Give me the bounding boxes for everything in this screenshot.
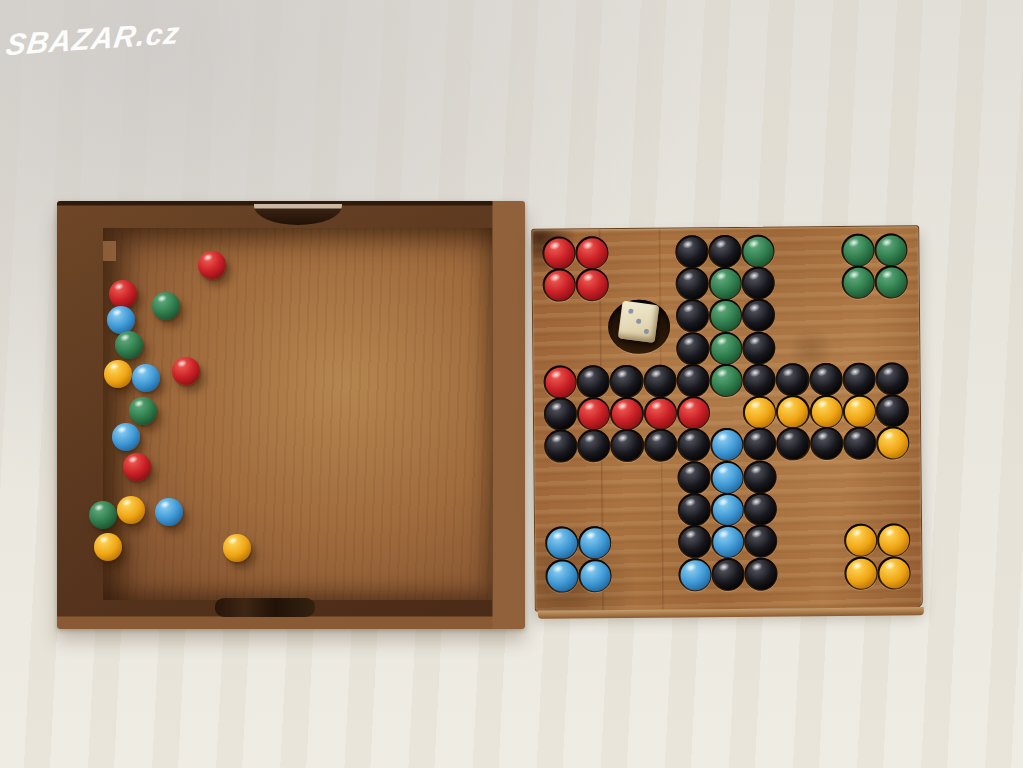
board-cell-r7c10 [843,427,876,460]
board-grid [542,233,910,592]
board-hole [543,365,577,398]
board-hole [844,524,878,557]
board-cell-r4c1 [543,333,576,366]
board-cell-r6c11 [876,395,909,428]
board-cell-r4c10 [842,330,875,363]
board-cell-r5c2 [577,365,610,398]
board-hole [877,524,911,557]
board-cell-r11c8 [778,557,811,590]
board-hole [709,364,743,397]
board-hole [709,331,743,364]
green-marble-loose[interactable] [115,331,143,359]
red-marble[interactable] [579,399,609,429]
board-cell-r5c10 [842,363,875,396]
board-cell-r8c10 [843,460,876,493]
black-marble[interactable] [710,237,740,267]
board-cell-r7c4 [644,429,677,462]
yellow-marble-loose[interactable] [223,534,251,562]
board-cell-r7c8 [776,428,809,461]
die-pip [644,329,650,335]
board-cell-r9c3 [611,494,644,527]
board-cell-r1c7 [741,235,774,268]
board-hole [841,266,875,299]
board-cell-r2c3 [609,268,642,301]
black-marble[interactable] [677,237,707,267]
board-cell-r7c1 [544,430,577,463]
board-cell-r3c2 [576,301,609,334]
board-cell-r3c6 [709,299,742,332]
green-marble[interactable] [843,235,873,265]
black-marble[interactable] [744,268,774,298]
board-cell-r3c7 [742,299,775,332]
board-cell-r9c8 [777,493,810,526]
board-cell-r2c1 [543,269,576,302]
board-cell-r9c9 [810,492,843,525]
black-marble[interactable] [845,429,875,459]
board-hole [544,430,578,463]
green-marble[interactable] [711,366,741,396]
black-marble[interactable] [844,364,874,394]
board-cell-r6c2 [577,398,610,431]
board-hole [578,526,612,559]
board-cell-r5c5 [676,364,709,397]
yellow-marble-loose[interactable] [117,496,145,524]
board-hole [776,363,810,396]
board-cell-r5c6 [709,364,742,397]
yellow-marble-loose[interactable] [94,533,122,561]
red-marble[interactable] [544,238,574,268]
black-marble[interactable] [778,430,808,460]
black-marble[interactable] [677,269,707,299]
board-cell-r8c1 [544,463,577,496]
board-cell-r6c1 [544,398,577,431]
blue-marble[interactable] [713,527,743,557]
black-marble[interactable] [713,559,743,589]
board-hole [545,559,579,592]
board-cell-r8c11 [876,459,909,492]
black-marble[interactable] [612,367,642,397]
board-hole [675,235,709,268]
board-hole [644,429,678,462]
black-marble[interactable] [746,527,776,557]
board-cell-r4c5 [676,332,709,365]
green-marble[interactable] [843,268,873,298]
yellow-marble-loose[interactable] [104,360,132,388]
die-recess [608,300,671,355]
board-cell-r11c6 [711,558,744,591]
storage-box [57,201,525,629]
board-cell-r7c9 [810,428,843,461]
yellow-marble[interactable] [846,526,876,556]
blue-marble[interactable] [581,561,611,591]
black-marble[interactable] [745,430,775,460]
board-cell-r5c3 [610,365,643,398]
black-marble[interactable] [678,334,708,364]
box-interior [103,228,492,600]
board-cell-r5c9 [809,363,842,396]
black-marble[interactable] [745,365,775,395]
board-cell-r8c7 [744,461,777,494]
board-cell-r6c7 [743,396,776,429]
board-cell-r4c9 [809,331,842,364]
board-cell-r1c8 [775,234,808,267]
blue-marble[interactable] [712,430,742,460]
board-hole [743,363,777,396]
board-hole [710,461,744,494]
board-cell-r2c6 [708,267,741,300]
board-cell-r5c8 [776,363,809,396]
black-marble[interactable] [646,431,676,461]
black-marble[interactable] [679,431,709,461]
board-cell-r10c9 [811,525,844,558]
board-hole [841,233,875,266]
board-hole [545,527,579,560]
blue-marble[interactable] [580,528,610,558]
black-marble[interactable] [744,301,774,331]
board-hole [543,268,577,301]
board-hole [576,268,610,301]
blue-marble[interactable] [547,561,577,591]
board-cell-r6c5 [677,397,710,430]
board-hole [709,299,743,332]
board-hole [743,396,777,429]
watermark: SBAZAR.cz [4,16,182,63]
board-cell-r8c9 [810,460,843,493]
green-marble-loose[interactable] [89,501,117,529]
board-cell-r8c4 [644,462,677,495]
board-cell-r3c9 [808,298,841,331]
board-hole [676,299,710,332]
box-finger-notch-bottom [215,598,315,617]
board-cell-r11c9 [811,557,844,590]
red-marble[interactable] [577,238,607,268]
board-cell-r1c5 [675,235,708,268]
board-cell-r11c3 [612,559,645,592]
board-hole [809,395,843,428]
board-hole [876,394,910,427]
board-hole [643,364,677,397]
board-cell-r6c9 [809,395,842,428]
green-marble[interactable] [743,236,773,266]
board-cell-r3c5 [676,300,709,333]
board-cell-r5c7 [743,364,776,397]
black-marble[interactable] [678,366,708,396]
board-cell-r1c10 [841,234,874,267]
board-cell-r6c4 [643,397,676,430]
blue-marble-loose[interactable] [107,306,135,334]
board-hole [874,233,908,266]
board-hole [575,236,609,269]
board-hole [577,430,611,463]
board-hole [678,558,712,591]
board-cell-r3c1 [543,301,576,334]
black-marble[interactable] [778,365,808,395]
board-hole [842,395,876,428]
board-cell-r7c6 [710,429,743,462]
board-cell-r11c10 [844,557,877,590]
board-cell-r9c4 [644,494,677,527]
board-hole [742,331,776,364]
board-hole [577,365,611,398]
board-cell-r6c6 [710,396,743,429]
board-hole [877,556,911,589]
black-marble[interactable] [811,365,841,395]
board-hole [874,265,908,298]
board-hole [542,236,576,269]
blue-marble[interactable] [713,495,743,525]
board-hole [744,525,778,558]
board-cell-r10c1 [545,527,578,560]
board-cell-r10c6 [711,526,744,559]
blue-marble-loose[interactable] [155,498,183,526]
board-cell-r8c2 [578,462,611,495]
board-hole [843,427,877,460]
green-marble-loose[interactable] [152,292,180,320]
board-cell-r3c10 [842,298,875,331]
board-hole [544,398,578,431]
board-cell-r3c11 [875,298,908,331]
black-marble[interactable] [744,333,774,363]
board-cell-r11c2 [579,559,612,592]
board-cell-r6c10 [842,395,875,428]
board-hole [875,362,909,395]
black-marble[interactable] [679,495,709,525]
board-hole [742,266,776,299]
board-hole [577,397,611,430]
board-hole [876,427,910,460]
black-marble[interactable] [546,400,576,430]
board-cell-r1c11 [874,233,907,266]
yellow-marble[interactable] [879,526,909,556]
board-cell-r1c1 [542,236,575,269]
board-hole [610,397,644,430]
board-hole [743,428,777,461]
board-hole [711,557,745,590]
board-hole [744,493,778,526]
board-cell-r4c7 [742,331,775,364]
board-cell-r9c6 [711,493,744,526]
red-marble[interactable] [612,399,642,429]
board-cell-r2c7 [742,267,775,300]
yellow-marble[interactable] [878,429,908,459]
board-cell-r8c3 [611,462,644,495]
board-cell-r5c4 [643,365,676,398]
board-hole [677,461,711,494]
board-cell-r4c11 [875,330,908,363]
board-hole [676,364,710,397]
red-marble-loose[interactable] [109,280,137,308]
box-finger-notch-top [254,204,342,225]
yellow-marble[interactable] [778,397,808,427]
board-cell-r1c9 [808,234,841,267]
black-marble[interactable] [746,559,776,589]
yellow-marble[interactable] [811,397,841,427]
board-cell-r2c2 [576,268,609,301]
green-marble[interactable] [876,235,906,265]
board-hole [676,332,710,365]
board-hole [610,365,644,398]
board-hole [741,234,775,267]
black-marble[interactable] [746,462,776,492]
board-cell-r11c7 [744,557,777,590]
black-marble[interactable] [878,396,908,426]
black-marble[interactable] [546,432,576,462]
black-marble[interactable] [612,431,642,461]
board-hole [711,525,745,558]
board-hole [678,525,712,558]
board-cell-r10c4 [645,526,678,559]
die[interactable] [618,301,660,343]
board-cell-r11c1 [545,559,578,592]
blue-marble-loose[interactable] [132,364,160,392]
board-hole [809,363,843,396]
die-pip [636,319,642,325]
red-marble[interactable] [578,270,608,300]
board-cell-r11c5 [678,558,711,591]
board-cell-r10c8 [777,525,810,558]
board-hole [742,299,776,332]
board-cell-r10c2 [578,527,611,560]
black-marble[interactable] [678,301,708,331]
board-cell-r5c1 [543,366,576,399]
board-cell-r8c8 [777,460,810,493]
board-cell-r10c7 [744,525,777,558]
board-cell-r10c5 [678,526,711,559]
die-pip [628,308,634,314]
black-marble[interactable] [579,432,609,462]
board-cell-r7c5 [677,429,710,462]
yellow-marble[interactable] [846,558,876,588]
black-marble[interactable] [812,429,842,459]
blue-marble-loose[interactable] [112,423,140,451]
red-marble[interactable] [679,398,709,428]
board-cell-r2c4 [642,268,675,301]
board-hole [776,395,810,428]
board-cell-r2c8 [775,267,808,300]
green-marble-loose[interactable] [129,397,157,425]
black-marble[interactable] [680,527,710,557]
board-cell-r3c8 [775,299,808,332]
board-cell-r8c5 [677,461,710,494]
box-corner-joint [103,241,116,261]
blue-marble[interactable] [547,529,577,559]
green-marble[interactable] [711,333,741,363]
board-cell-r2c9 [808,266,841,299]
board-cell-r11c11 [877,556,910,589]
red-marble[interactable] [645,399,675,429]
board-hole [776,428,810,461]
ludo-board [531,225,923,612]
board-cell-r1c6 [708,235,741,268]
board-hole [744,460,778,493]
board-cell-r2c11 [874,266,907,299]
black-marble[interactable] [579,367,609,397]
black-marble[interactable] [645,366,675,396]
yellow-marble[interactable] [844,397,874,427]
board-hole [844,556,878,589]
board-hole [643,397,677,430]
board-cell-r6c3 [610,397,643,430]
board-cell-r7c3 [610,430,643,463]
board-hole [675,267,709,300]
board-hole [708,235,742,268]
green-marble[interactable] [876,267,906,297]
board-hole [744,557,778,590]
board-cell-r4c8 [775,331,808,364]
board-cell-r10c3 [611,526,644,559]
red-marble-loose[interactable] [172,357,200,385]
board-cell-r8c6 [710,461,743,494]
board-hole [677,396,711,429]
yellow-marble[interactable] [745,398,775,428]
red-marble[interactable] [545,270,575,300]
board-hole [810,427,844,460]
red-marble[interactable] [546,367,576,397]
board-cell-r5c11 [875,362,908,395]
board-cell-r9c7 [744,493,777,526]
red-marble-loose[interactable] [123,453,151,481]
board-cell-r7c7 [743,428,776,461]
blue-marble[interactable] [680,560,710,590]
board-cell-r1c3 [609,236,642,269]
board-cell-r4c2 [576,333,609,366]
board-hole [842,362,876,395]
board-hole [677,429,711,462]
red-marble-loose[interactable] [198,251,226,279]
board-cell-r7c2 [577,430,610,463]
black-marble[interactable] [746,495,776,525]
board-cell-r9c10 [843,492,876,525]
green-marble[interactable] [711,301,741,331]
board-cell-r1c2 [575,236,608,269]
photo-scene: SBAZAR.cz [0,0,1023,768]
board-hole [579,559,613,592]
board-cell-r10c11 [877,524,910,557]
board-hole [610,429,644,462]
board-cell-r6c8 [776,396,809,429]
blue-marble[interactable] [712,463,742,493]
board-hole [708,267,742,300]
board-cell-r11c4 [645,558,678,591]
yellow-marble[interactable] [879,558,909,588]
board-cell-r2c5 [675,267,708,300]
board-cell-r9c1 [545,495,578,528]
board-cell-r10c10 [844,524,877,557]
green-marble[interactable] [711,269,741,299]
board-cell-r4c6 [709,332,742,365]
board-hole [677,493,711,526]
board-cell-r2c10 [841,266,874,299]
board-cell-r9c11 [877,492,910,525]
board-hole [710,428,744,461]
board-cell-r9c2 [578,494,611,527]
board-cell-r1c4 [642,235,675,268]
black-marble[interactable] [679,463,709,493]
black-marble[interactable] [877,364,907,394]
board-cell-r7c11 [876,427,909,460]
board-cell-r9c5 [677,494,710,527]
board-hole [711,493,745,526]
